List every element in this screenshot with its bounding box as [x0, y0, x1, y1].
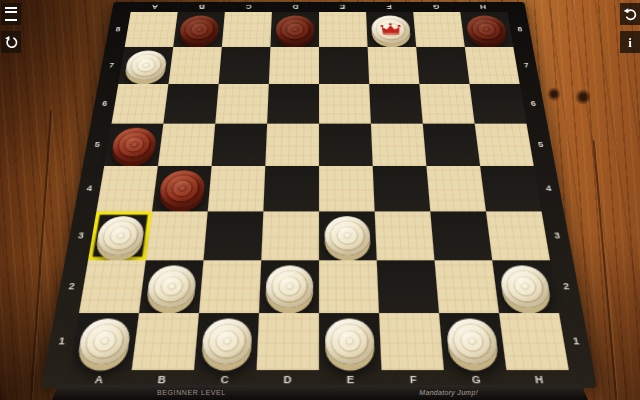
square-B4[interactable]	[152, 166, 212, 211]
piece-white-man[interactable]	[499, 265, 552, 307]
rank-label-right-5: 5	[529, 140, 552, 149]
piece-white-man[interactable]	[95, 216, 146, 255]
rank-label-right-8: 8	[510, 25, 531, 33]
square-F8[interactable]	[366, 12, 416, 47]
file-label-top-G: G	[428, 3, 444, 10]
file-label-top-C: C	[241, 3, 256, 10]
piece-white-man[interactable]	[446, 319, 500, 365]
rank-label-right-6: 6	[522, 99, 544, 108]
rank-label-left-6: 6	[94, 99, 116, 108]
piece-white-man[interactable]	[76, 319, 132, 365]
info-button[interactable]: i	[620, 31, 640, 53]
square-G5[interactable]	[423, 124, 480, 166]
rotate-board-icon	[4, 35, 19, 50]
piece-white-man[interactable]	[124, 51, 168, 81]
square-D4[interactable]	[263, 166, 319, 211]
level-label: BEGINNER LEVEL	[157, 389, 226, 396]
square-D5[interactable]	[265, 124, 319, 166]
square-B8[interactable]	[173, 12, 225, 47]
piece-white-man[interactable]	[146, 265, 198, 307]
file-label-top-B: B	[194, 3, 210, 10]
square-B6[interactable]	[163, 84, 218, 124]
hamburger-menu-icon	[5, 7, 17, 21]
rank-label-left-7: 7	[101, 61, 122, 69]
file-label-bottom-F: F	[403, 374, 424, 387]
square-A4[interactable]	[96, 166, 158, 211]
square-H7[interactable]	[465, 47, 520, 84]
square-E3[interactable]	[319, 211, 377, 260]
square-B5[interactable]	[158, 124, 215, 166]
file-label-bottom-A: A	[88, 374, 110, 387]
square-B7[interactable]	[168, 47, 221, 84]
square-G7[interactable]	[416, 47, 469, 84]
square-A8[interactable]	[125, 12, 178, 47]
rotate-board-button[interactable]	[1, 31, 21, 53]
square-C3[interactable]	[204, 211, 264, 260]
square-G1[interactable]	[439, 313, 506, 370]
piece-red-man[interactable]	[158, 170, 206, 206]
square-A3[interactable]	[88, 211, 152, 260]
king-crown-icon	[379, 23, 402, 35]
square-D6[interactable]	[267, 84, 319, 124]
square-H1[interactable]	[499, 313, 569, 370]
file-label-top-H: H	[475, 3, 491, 10]
menu-button[interactable]	[1, 3, 21, 25]
app-screen: AABBCCDDEEFFGGHH8877665544332211 BEGINNE…	[0, 0, 640, 400]
rank-label-left-3: 3	[69, 230, 94, 241]
file-label-bottom-G: G	[466, 374, 488, 387]
rank-label-left-4: 4	[78, 183, 102, 193]
square-E6[interactable]	[319, 84, 371, 124]
square-E7[interactable]	[319, 47, 369, 84]
rank-label-right-3: 3	[545, 230, 570, 241]
piece-white-man[interactable]	[325, 319, 375, 365]
square-H4[interactable]	[480, 166, 542, 211]
file-label-bottom-C: C	[214, 374, 235, 387]
square-D7[interactable]	[269, 47, 319, 84]
board-front-edge: BEGINNER LEVEL Mandatory Jump!	[52, 385, 588, 400]
rank-label-left-8: 8	[108, 25, 129, 33]
square-A2[interactable]	[79, 260, 146, 313]
square-E1[interactable]	[319, 313, 381, 370]
square-F4[interactable]	[373, 166, 431, 211]
square-B3[interactable]	[146, 211, 208, 260]
square-C1[interactable]	[194, 313, 259, 370]
file-label-top-A: A	[147, 3, 163, 10]
square-A1[interactable]	[69, 313, 139, 370]
square-H8[interactable]	[460, 12, 513, 47]
square-C5[interactable]	[212, 124, 268, 166]
info-icon: i	[628, 36, 632, 49]
square-G3[interactable]	[430, 211, 492, 260]
square-A6[interactable]	[111, 84, 168, 124]
rank-label-right-1: 1	[563, 335, 590, 348]
file-label-bottom-D: D	[277, 374, 297, 387]
square-D2[interactable]	[259, 260, 319, 313]
square-D1[interactable]	[257, 313, 319, 370]
square-B1[interactable]	[132, 313, 199, 370]
square-G2[interactable]	[434, 260, 499, 313]
square-E8[interactable]	[319, 12, 368, 47]
square-F1[interactable]	[379, 313, 444, 370]
rank-label-right-4: 4	[537, 183, 561, 193]
square-C6[interactable]	[215, 84, 269, 124]
piece-white-king[interactable]	[371, 16, 411, 44]
status-message: Mandatory Jump!	[419, 389, 478, 396]
square-E4[interactable]	[319, 166, 375, 211]
square-F3[interactable]	[375, 211, 435, 260]
square-C8[interactable]	[222, 12, 272, 47]
square-H3[interactable]	[486, 211, 550, 260]
square-C7[interactable]	[219, 47, 271, 84]
file-label-bottom-E: E	[340, 374, 360, 387]
piece-red-man[interactable]	[465, 16, 507, 44]
square-F2[interactable]	[377, 260, 439, 313]
square-F5[interactable]	[371, 124, 427, 166]
square-C4[interactable]	[208, 166, 266, 211]
square-A5[interactable]	[104, 124, 163, 166]
piece-white-man[interactable]	[325, 216, 371, 255]
rank-label-left-2: 2	[59, 280, 85, 292]
piece-red-man[interactable]	[275, 16, 314, 44]
square-D8[interactable]	[270, 12, 319, 47]
square-C2[interactable]	[199, 260, 261, 313]
undo-button[interactable]	[620, 3, 640, 25]
square-E5[interactable]	[319, 124, 373, 166]
rank-label-right-7: 7	[516, 61, 537, 69]
file-label-top-F: F	[382, 3, 397, 10]
square-G8[interactable]	[413, 12, 465, 47]
file-label-top-D: D	[288, 3, 303, 10]
square-G6[interactable]	[419, 84, 474, 124]
square-H6[interactable]	[470, 84, 527, 124]
rank-label-right-2: 2	[553, 280, 579, 292]
piece-red-man[interactable]	[179, 16, 220, 44]
square-D3[interactable]	[261, 211, 319, 260]
square-G4[interactable]	[426, 166, 486, 211]
file-label-bottom-H: H	[528, 374, 550, 387]
rank-label-left-5: 5	[86, 140, 109, 149]
square-E2[interactable]	[319, 260, 379, 313]
square-F7[interactable]	[368, 47, 420, 84]
piece-white-man[interactable]	[201, 319, 253, 365]
square-A7[interactable]	[118, 47, 173, 84]
rank-label-left-1: 1	[48, 335, 75, 348]
board-squares	[69, 12, 569, 370]
file-label-top-E: E	[335, 3, 350, 10]
square-F6[interactable]	[369, 84, 423, 124]
piece-white-man[interactable]	[265, 265, 313, 307]
square-B2[interactable]	[139, 260, 204, 313]
square-H5[interactable]	[475, 124, 534, 166]
piece-red-man[interactable]	[110, 128, 157, 162]
board: AABBCCDDEEFFGGHH8877665544332211	[41, 2, 597, 388]
undo-icon	[623, 7, 638, 22]
square-H2[interactable]	[492, 260, 559, 313]
file-label-bottom-B: B	[151, 374, 173, 387]
